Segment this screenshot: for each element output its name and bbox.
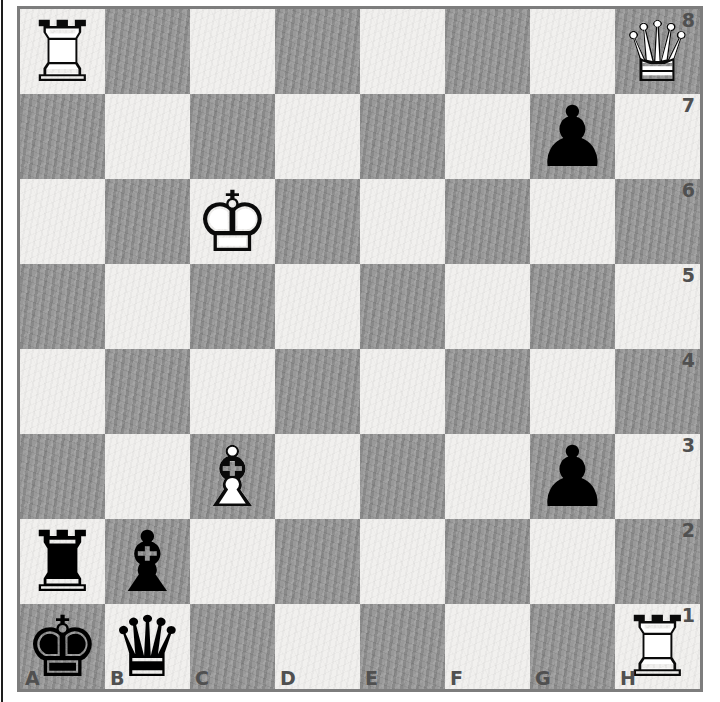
square-d8[interactable]	[275, 9, 360, 94]
file-label-g: G	[535, 667, 551, 689]
square-b1[interactable]: B♛	[105, 604, 190, 689]
file-label-c: C	[195, 667, 209, 689]
square-c8[interactable]	[190, 9, 275, 94]
square-f6[interactable]	[445, 179, 530, 264]
black-pawn-icon[interactable]: ♟	[530, 94, 615, 179]
square-e2[interactable]	[360, 519, 445, 604]
square-f3[interactable]	[445, 434, 530, 519]
square-e6[interactable]	[360, 179, 445, 264]
square-f1[interactable]: F	[445, 604, 530, 689]
rank-label-2: 2	[682, 519, 695, 541]
screenshot-root: ♜♖8♛♕♟7♚♔654♝♗♟3♜♝2A♚B♛CDEFG1H♜♖	[0, 0, 720, 702]
square-c5[interactable]	[190, 264, 275, 349]
file-label-f: F	[450, 667, 463, 689]
square-c7[interactable]	[190, 94, 275, 179]
rank-label-7: 7	[682, 94, 695, 116]
square-b8[interactable]	[105, 9, 190, 94]
file-label-a: A	[25, 667, 40, 689]
chess-board: ♜♖8♛♕♟7♚♔654♝♗♟3♜♝2A♚B♛CDEFG1H♜♖	[17, 6, 703, 692]
square-a4[interactable]	[20, 349, 105, 434]
file-label-e: E	[365, 667, 378, 689]
rank-label-8: 8	[682, 9, 695, 31]
rank-label-5: 5	[682, 264, 695, 286]
square-e5[interactable]	[360, 264, 445, 349]
square-a8[interactable]: ♜♖	[20, 9, 105, 94]
square-g1[interactable]: G	[530, 604, 615, 689]
square-b2[interactable]: ♝	[105, 519, 190, 604]
square-g6[interactable]	[530, 179, 615, 264]
square-d5[interactable]	[275, 264, 360, 349]
square-f2[interactable]	[445, 519, 530, 604]
square-g8[interactable]	[530, 9, 615, 94]
square-b7[interactable]	[105, 94, 190, 179]
white-king-icon[interactable]: ♚♔	[190, 179, 275, 264]
square-a2[interactable]: ♜	[20, 519, 105, 604]
square-e7[interactable]	[360, 94, 445, 179]
square-h2[interactable]: 2	[615, 519, 700, 604]
square-g5[interactable]	[530, 264, 615, 349]
square-b4[interactable]	[105, 349, 190, 434]
white-bishop-icon[interactable]: ♝♗	[190, 434, 275, 519]
square-h1[interactable]: 1H♜♖	[615, 604, 700, 689]
square-f5[interactable]	[445, 264, 530, 349]
square-d3[interactable]	[275, 434, 360, 519]
square-c2[interactable]	[190, 519, 275, 604]
square-g4[interactable]	[530, 349, 615, 434]
square-b6[interactable]	[105, 179, 190, 264]
square-d7[interactable]	[275, 94, 360, 179]
black-rook-icon[interactable]: ♜	[20, 519, 105, 604]
piece-glyph: ♜	[20, 520, 105, 604]
square-a5[interactable]	[20, 264, 105, 349]
square-c4[interactable]	[190, 349, 275, 434]
square-h4[interactable]: 4	[615, 349, 700, 434]
piece-outline: ♖	[20, 10, 105, 94]
piece-outline: ♔	[190, 180, 275, 264]
square-h5[interactable]: 5	[615, 264, 700, 349]
square-d6[interactable]	[275, 179, 360, 264]
square-f7[interactable]	[445, 94, 530, 179]
square-g7[interactable]: ♟	[530, 94, 615, 179]
rank-label-4: 4	[682, 349, 695, 371]
square-b3[interactable]	[105, 434, 190, 519]
piece-outline: ♗	[190, 435, 275, 519]
black-bishop-icon[interactable]: ♝	[105, 519, 190, 604]
square-f8[interactable]	[445, 9, 530, 94]
square-d4[interactable]	[275, 349, 360, 434]
black-pawn-icon[interactable]: ♟	[530, 434, 615, 519]
square-h7[interactable]: 7	[615, 94, 700, 179]
square-a1[interactable]: A♚	[20, 604, 105, 689]
rank-label-6: 6	[682, 179, 695, 201]
square-h3[interactable]: 3	[615, 434, 700, 519]
square-e8[interactable]	[360, 9, 445, 94]
square-b5[interactable]	[105, 264, 190, 349]
window-edge-line	[1, 0, 3, 702]
square-a3[interactable]	[20, 434, 105, 519]
file-label-h: H	[620, 667, 636, 689]
rank-label-1: 1	[682, 604, 695, 626]
file-label-b: B	[110, 667, 124, 689]
square-f4[interactable]	[445, 349, 530, 434]
square-h6[interactable]: 6	[615, 179, 700, 264]
square-g2[interactable]	[530, 519, 615, 604]
square-a7[interactable]	[20, 94, 105, 179]
piece-glyph: ♝	[105, 520, 190, 604]
piece-glyph: ♟	[530, 435, 615, 519]
square-a6[interactable]	[20, 179, 105, 264]
piece-glyph: ♟	[530, 95, 615, 179]
square-d2[interactable]	[275, 519, 360, 604]
file-label-d: D	[280, 667, 296, 689]
square-c3[interactable]: ♝♗	[190, 434, 275, 519]
square-c6[interactable]: ♚♔	[190, 179, 275, 264]
square-e3[interactable]	[360, 434, 445, 519]
square-h8[interactable]: 8♛♕	[615, 9, 700, 94]
square-c1[interactable]: C	[190, 604, 275, 689]
rank-label-3: 3	[682, 434, 695, 456]
square-g3[interactable]: ♟	[530, 434, 615, 519]
white-rook-icon[interactable]: ♜♖	[20, 9, 105, 94]
square-e1[interactable]: E	[360, 604, 445, 689]
square-d1[interactable]: D	[275, 604, 360, 689]
square-e4[interactable]	[360, 349, 445, 434]
